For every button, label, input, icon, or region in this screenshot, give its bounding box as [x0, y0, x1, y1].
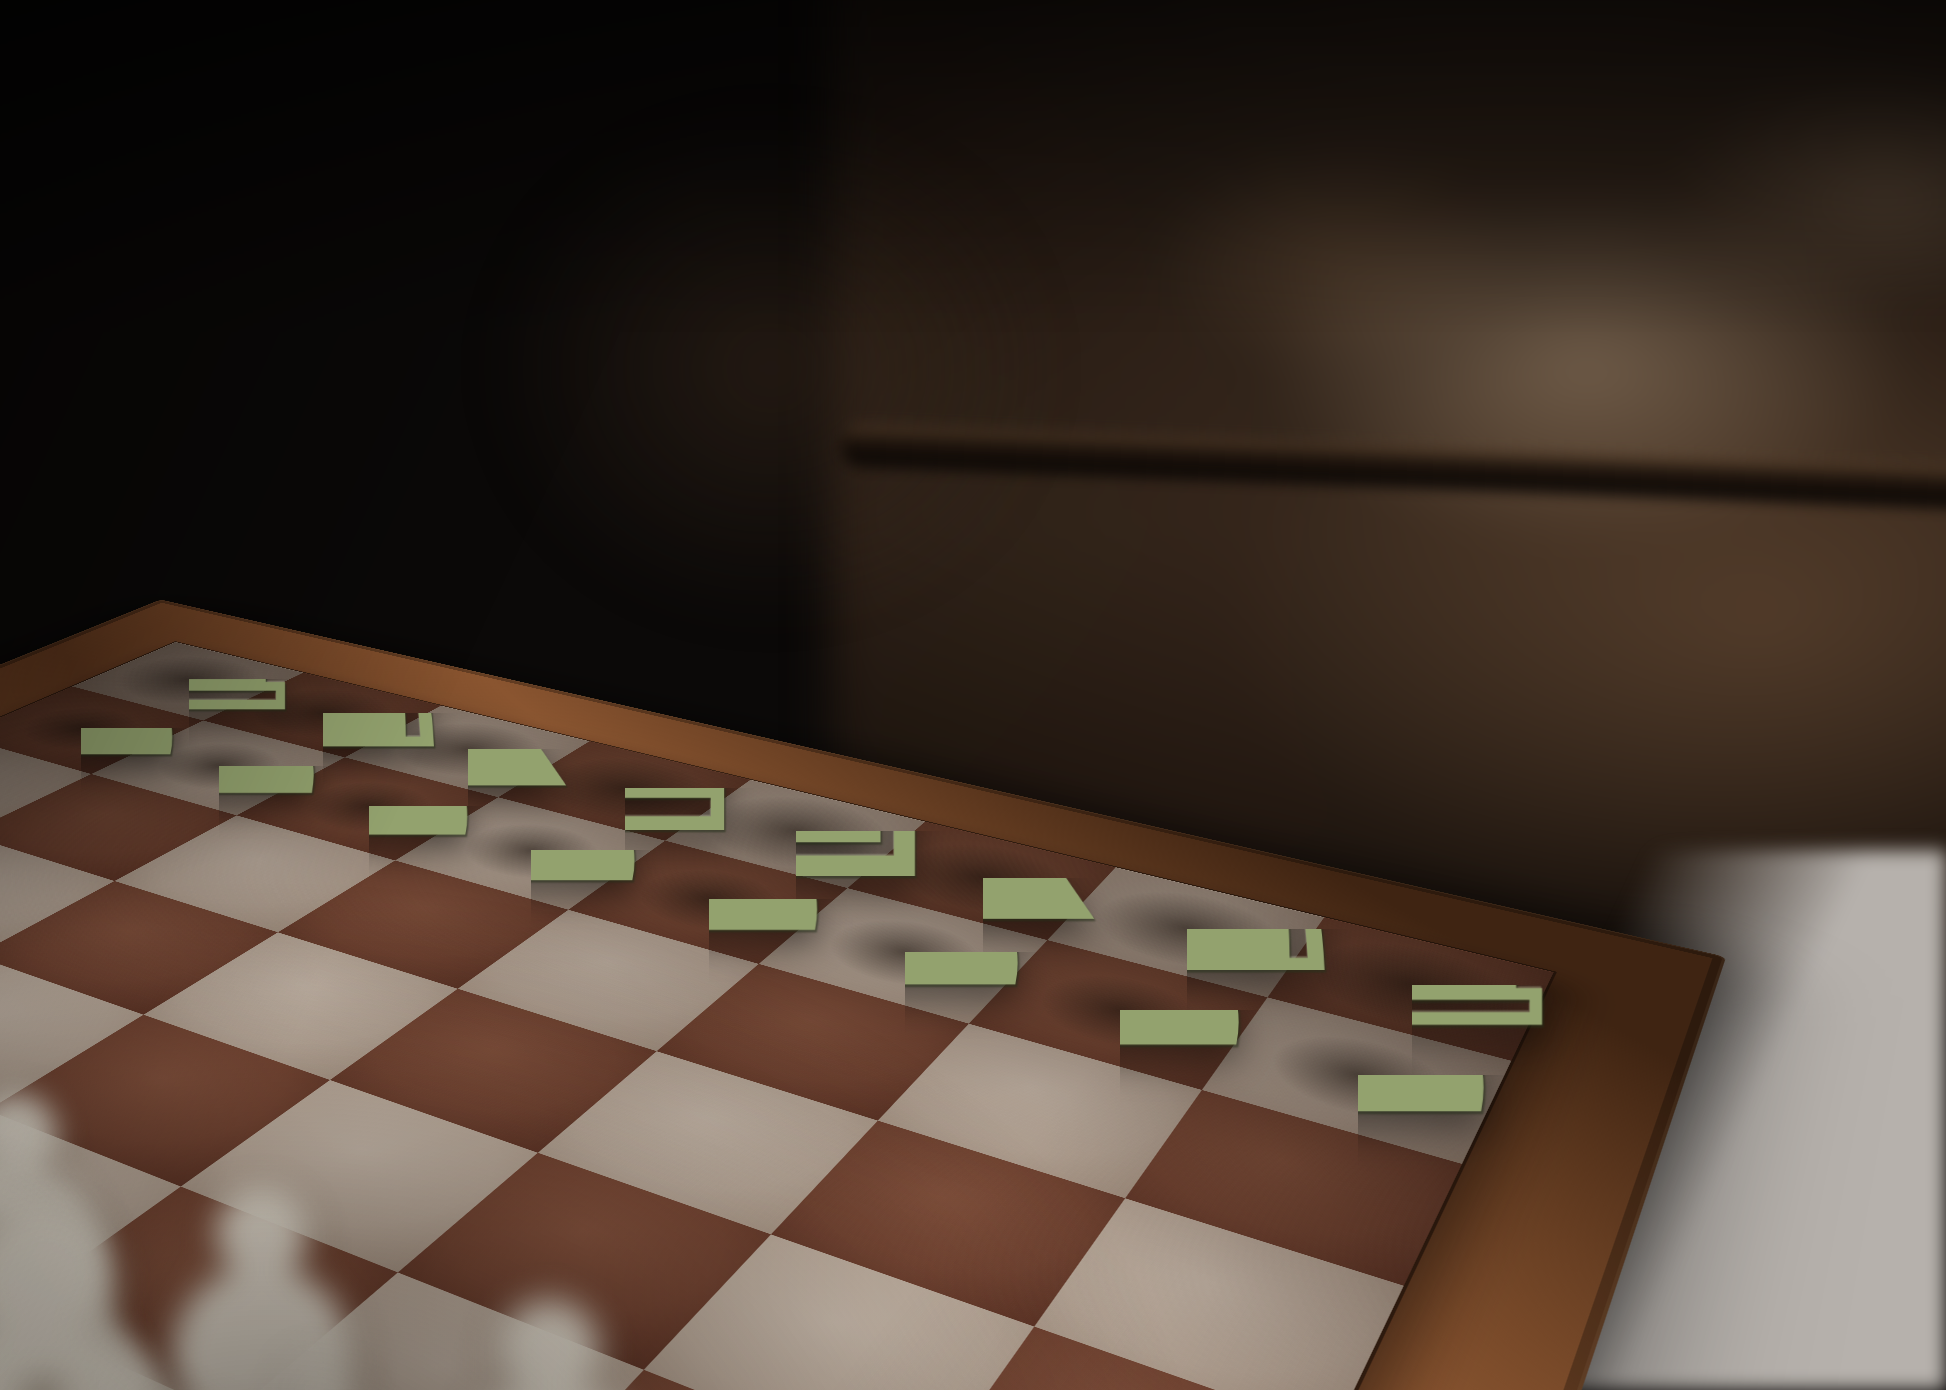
chess-set-photo: ♜♞♝♛♚♝♞♜♟♟♟♟♟♟♟♟♟♟♟♟♟♟♟♟♜♞♝♛♚♝♞♜ [0, 0, 1946, 1390]
chess-board: ♜♞♝♛♚♝♞♜♟♟♟♟♟♟♟♟♟♟♟♟♟♟♟♟♜♞♝♛♚♝♞♜ [0, 599, 1726, 1390]
white-knight-glyph: ♞ [0, 1252, 936, 1390]
pieces-layer: ♜♞♝♛♚♝♞♜♟♟♟♟♟♟♟♟♟♟♟♟♟♟♟♟♜♞♝♛♚♝♞♜ [0, 642, 1553, 1390]
green-pawn-glyph: ♟ [1010, 757, 1707, 1175]
